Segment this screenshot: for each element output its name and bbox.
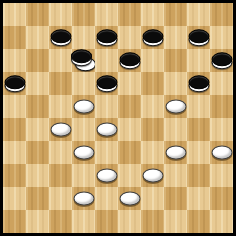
dark-square[interactable]	[118, 49, 141, 72]
light-square	[72, 72, 95, 95]
light-square	[49, 3, 72, 26]
light-square	[95, 49, 118, 72]
light-square	[164, 210, 187, 233]
dark-square[interactable]	[95, 164, 118, 187]
light-square	[187, 3, 210, 26]
black-king-piece[interactable]	[72, 50, 96, 70]
black-man-piece[interactable]	[50, 29, 71, 45]
dark-square[interactable]	[210, 187, 233, 210]
dark-square[interactable]	[141, 118, 164, 141]
dark-square[interactable]	[164, 3, 187, 26]
dark-square[interactable]	[72, 187, 95, 210]
light-square	[3, 187, 26, 210]
light-square	[95, 141, 118, 164]
black-man-piece[interactable]	[4, 75, 25, 91]
dark-square[interactable]	[141, 164, 164, 187]
dark-square[interactable]	[26, 3, 49, 26]
light-square	[118, 210, 141, 233]
dark-square[interactable]	[164, 95, 187, 118]
white-man-piece[interactable]	[211, 145, 232, 159]
white-man-piece[interactable]	[50, 122, 71, 136]
dark-square[interactable]	[210, 95, 233, 118]
light-square	[141, 141, 164, 164]
white-man-piece[interactable]	[96, 168, 117, 182]
dark-square[interactable]	[49, 26, 72, 49]
dark-square[interactable]	[164, 187, 187, 210]
dark-square[interactable]	[95, 72, 118, 95]
light-square	[3, 95, 26, 118]
dark-square[interactable]	[3, 26, 26, 49]
light-square	[141, 49, 164, 72]
light-square	[26, 164, 49, 187]
white-man-piece[interactable]	[73, 145, 94, 159]
dark-square[interactable]	[26, 141, 49, 164]
white-man-piece[interactable]	[165, 145, 186, 159]
light-square	[210, 210, 233, 233]
light-square	[72, 210, 95, 233]
dark-square[interactable]	[3, 72, 26, 95]
light-square	[164, 26, 187, 49]
dark-square[interactable]	[49, 210, 72, 233]
dark-square[interactable]	[118, 95, 141, 118]
dark-square[interactable]	[210, 3, 233, 26]
black-man-piece[interactable]	[119, 52, 140, 68]
dark-square[interactable]	[187, 118, 210, 141]
dark-square[interactable]	[187, 210, 210, 233]
black-man-piece[interactable]	[188, 29, 209, 45]
light-square	[187, 187, 210, 210]
dark-square[interactable]	[72, 49, 95, 72]
dark-square[interactable]	[3, 118, 26, 141]
dark-square[interactable]	[141, 210, 164, 233]
light-square	[141, 187, 164, 210]
light-square	[118, 72, 141, 95]
light-square	[26, 72, 49, 95]
light-square	[49, 95, 72, 118]
dark-square[interactable]	[49, 72, 72, 95]
dark-square[interactable]	[72, 95, 95, 118]
light-square	[141, 95, 164, 118]
dark-square[interactable]	[3, 210, 26, 233]
dark-square[interactable]	[118, 141, 141, 164]
black-man-piece[interactable]	[211, 52, 232, 68]
light-square	[72, 164, 95, 187]
dark-square[interactable]	[187, 164, 210, 187]
light-square	[3, 49, 26, 72]
dark-square[interactable]	[3, 164, 26, 187]
dark-square[interactable]	[210, 141, 233, 164]
light-square	[187, 49, 210, 72]
light-square	[187, 141, 210, 164]
draughts-app-window	[0, 0, 236, 236]
dark-square[interactable]	[26, 187, 49, 210]
dark-square[interactable]	[118, 187, 141, 210]
draughts-board	[3, 3, 233, 233]
light-square	[26, 26, 49, 49]
light-square	[210, 72, 233, 95]
light-square	[95, 187, 118, 210]
light-square	[164, 164, 187, 187]
light-square	[210, 118, 233, 141]
dark-square[interactable]	[72, 3, 95, 26]
light-square	[164, 72, 187, 95]
light-square	[72, 26, 95, 49]
dark-square[interactable]	[187, 26, 210, 49]
dark-square[interactable]	[187, 72, 210, 95]
light-square	[49, 49, 72, 72]
light-square	[164, 118, 187, 141]
dark-square[interactable]	[164, 49, 187, 72]
light-square	[26, 210, 49, 233]
dark-square[interactable]	[95, 210, 118, 233]
light-square	[49, 187, 72, 210]
light-square	[3, 3, 26, 26]
light-square	[26, 118, 49, 141]
white-man-piece[interactable]	[142, 168, 163, 182]
light-square	[49, 141, 72, 164]
dark-square[interactable]	[210, 49, 233, 72]
white-man-piece[interactable]	[73, 191, 94, 205]
light-square	[3, 141, 26, 164]
black-man-piece[interactable]	[142, 29, 163, 45]
dark-square[interactable]	[141, 26, 164, 49]
light-square	[210, 26, 233, 49]
white-man-piece[interactable]	[165, 99, 186, 113]
black-man-piece[interactable]	[188, 75, 209, 91]
light-square	[95, 95, 118, 118]
dark-square[interactable]	[49, 164, 72, 187]
light-square	[141, 3, 164, 26]
dark-square[interactable]	[164, 141, 187, 164]
light-square	[72, 118, 95, 141]
king-upper-disc	[71, 49, 92, 65]
white-man-piece[interactable]	[73, 99, 94, 113]
dark-square[interactable]	[118, 3, 141, 26]
light-square	[118, 26, 141, 49]
white-man-piece[interactable]	[96, 122, 117, 136]
dark-square[interactable]	[95, 26, 118, 49]
black-man-piece[interactable]	[96, 29, 117, 45]
dark-square[interactable]	[95, 118, 118, 141]
dark-square[interactable]	[26, 95, 49, 118]
light-square	[118, 164, 141, 187]
dark-square[interactable]	[49, 118, 72, 141]
light-square	[118, 118, 141, 141]
light-square	[95, 3, 118, 26]
dark-square[interactable]	[141, 72, 164, 95]
dark-square[interactable]	[72, 141, 95, 164]
light-square	[210, 164, 233, 187]
black-man-piece[interactable]	[96, 75, 117, 91]
light-square	[187, 95, 210, 118]
white-man-piece[interactable]	[119, 191, 140, 205]
dark-square[interactable]	[26, 49, 49, 72]
